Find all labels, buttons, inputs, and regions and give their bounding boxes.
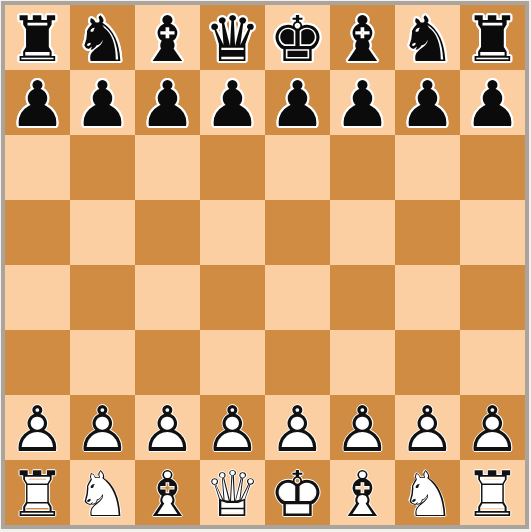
square-a5[interactable]	[5, 200, 70, 265]
square-a2[interactable]: ♟♙	[5, 395, 70, 460]
piece-black-pawn: ♟	[70, 72, 135, 137]
piece-black-pawn: ♟	[460, 72, 525, 137]
piece-white-pawn: ♟♙	[70, 397, 135, 462]
white-piece-outline: ♗	[135, 462, 200, 527]
square-f8[interactable]: ♝	[330, 5, 395, 70]
white-piece-fill: ♜	[460, 462, 525, 527]
chess-board-frame: ♜♞♝♛♚♝♞♜♟♟♟♟♟♟♟♟♟♙♟♙♟♙♟♙♟♙♟♙♟♙♟♙♜♖♞♘♝♗♛♕…	[1, 1, 529, 529]
white-piece-outline: ♘	[70, 462, 135, 527]
white-piece-fill: ♟	[395, 397, 460, 462]
white-piece-outline: ♙	[70, 397, 135, 462]
white-piece-outline: ♕	[200, 462, 265, 527]
piece-black-pawn: ♟	[395, 72, 460, 137]
square-d6[interactable]	[200, 135, 265, 200]
square-g8[interactable]: ♞	[395, 5, 460, 70]
square-e5[interactable]	[265, 200, 330, 265]
square-b1[interactable]: ♞♘	[70, 460, 135, 525]
square-b8[interactable]: ♞	[70, 5, 135, 70]
square-e1[interactable]: ♚♔	[265, 460, 330, 525]
square-d3[interactable]	[200, 330, 265, 395]
white-piece-fill: ♞	[70, 462, 135, 527]
piece-black-pawn: ♟	[5, 72, 70, 137]
white-piece-fill: ♟	[70, 397, 135, 462]
white-piece-outline: ♗	[330, 462, 395, 527]
square-g1[interactable]: ♞♘	[395, 460, 460, 525]
white-piece-outline: ♖	[460, 462, 525, 527]
square-d8[interactable]: ♛	[200, 5, 265, 70]
square-e3[interactable]	[265, 330, 330, 395]
piece-black-queen: ♛	[200, 7, 265, 72]
white-piece-fill: ♟	[5, 397, 70, 462]
square-g4[interactable]	[395, 265, 460, 330]
white-piece-outline: ♖	[5, 462, 70, 527]
white-piece-fill: ♟	[330, 397, 395, 462]
square-g6[interactable]	[395, 135, 460, 200]
square-f6[interactable]	[330, 135, 395, 200]
page-background: ♜♞♝♛♚♝♞♜♟♟♟♟♟♟♟♟♟♙♟♙♟♙♟♙♟♙♟♙♟♙♟♙♜♖♞♘♝♗♛♕…	[0, 0, 531, 532]
square-e2[interactable]: ♟♙	[265, 395, 330, 460]
square-a7[interactable]: ♟	[5, 70, 70, 135]
square-d1[interactable]: ♛♕	[200, 460, 265, 525]
white-piece-outline: ♙	[330, 397, 395, 462]
white-piece-fill: ♟	[460, 397, 525, 462]
white-piece-fill: ♝	[135, 462, 200, 527]
square-b4[interactable]	[70, 265, 135, 330]
piece-black-knight: ♞	[395, 7, 460, 72]
white-piece-outline: ♙	[200, 397, 265, 462]
square-d4[interactable]	[200, 265, 265, 330]
white-piece-fill: ♟	[135, 397, 200, 462]
piece-white-bishop: ♝♗	[135, 462, 200, 527]
piece-black-rook: ♜	[5, 7, 70, 72]
square-c2[interactable]: ♟♙	[135, 395, 200, 460]
piece-white-bishop: ♝♗	[330, 462, 395, 527]
square-g3[interactable]	[395, 330, 460, 395]
white-piece-fill: ♝	[330, 462, 395, 527]
piece-black-rook: ♜	[460, 7, 525, 72]
piece-white-pawn: ♟♙	[135, 397, 200, 462]
square-c5[interactable]	[135, 200, 200, 265]
piece-white-pawn: ♟♙	[460, 397, 525, 462]
square-f7[interactable]: ♟	[330, 70, 395, 135]
square-c4[interactable]	[135, 265, 200, 330]
square-h5[interactable]	[460, 200, 525, 265]
piece-white-king: ♚♔	[265, 462, 330, 527]
square-a8[interactable]: ♜	[5, 5, 70, 70]
square-h3[interactable]	[460, 330, 525, 395]
square-h4[interactable]	[460, 265, 525, 330]
square-g5[interactable]	[395, 200, 460, 265]
square-e6[interactable]	[265, 135, 330, 200]
chess-board: ♜♞♝♛♚♝♞♜♟♟♟♟♟♟♟♟♟♙♟♙♟♙♟♙♟♙♟♙♟♙♟♙♜♖♞♘♝♗♛♕…	[5, 5, 525, 525]
piece-white-rook: ♜♖	[5, 462, 70, 527]
piece-white-pawn: ♟♙	[5, 397, 70, 462]
square-f5[interactable]	[330, 200, 395, 265]
white-piece-outline: ♙	[395, 397, 460, 462]
white-piece-fill: ♞	[395, 462, 460, 527]
square-e8[interactable]: ♚	[265, 5, 330, 70]
piece-white-rook: ♜♖	[460, 462, 525, 527]
piece-black-pawn: ♟	[135, 72, 200, 137]
square-b3[interactable]	[70, 330, 135, 395]
square-g2[interactable]: ♟♙	[395, 395, 460, 460]
white-piece-outline: ♙	[135, 397, 200, 462]
square-b7[interactable]: ♟	[70, 70, 135, 135]
piece-black-knight: ♞	[70, 7, 135, 72]
square-c3[interactable]	[135, 330, 200, 395]
piece-black-pawn: ♟	[265, 72, 330, 137]
white-piece-outline: ♙	[265, 397, 330, 462]
square-d5[interactable]	[200, 200, 265, 265]
piece-white-pawn: ♟♙	[330, 397, 395, 462]
square-a1[interactable]: ♜♖	[5, 460, 70, 525]
white-piece-outline: ♙	[5, 397, 70, 462]
white-piece-outline: ♘	[395, 462, 460, 527]
white-piece-outline: ♔	[265, 462, 330, 527]
square-d7[interactable]: ♟	[200, 70, 265, 135]
piece-black-king: ♚	[265, 7, 330, 72]
square-h6[interactable]	[460, 135, 525, 200]
square-a6[interactable]	[5, 135, 70, 200]
square-e4[interactable]	[265, 265, 330, 330]
white-piece-fill: ♚	[265, 462, 330, 527]
square-b2[interactable]: ♟♙	[70, 395, 135, 460]
square-f2[interactable]: ♟♙	[330, 395, 395, 460]
piece-white-knight: ♞♘	[70, 462, 135, 527]
square-d2[interactable]: ♟♙	[200, 395, 265, 460]
piece-black-bishop: ♝	[135, 7, 200, 72]
white-piece-fill: ♟	[200, 397, 265, 462]
square-h8[interactable]: ♜	[460, 5, 525, 70]
square-c1[interactable]: ♝♗	[135, 460, 200, 525]
square-c7[interactable]: ♟	[135, 70, 200, 135]
square-a4[interactable]	[5, 265, 70, 330]
piece-white-pawn: ♟♙	[200, 397, 265, 462]
square-b5[interactable]	[70, 200, 135, 265]
piece-black-pawn: ♟	[330, 72, 395, 137]
piece-black-pawn: ♟	[200, 72, 265, 137]
square-f3[interactable]	[330, 330, 395, 395]
square-f1[interactable]: ♝♗	[330, 460, 395, 525]
white-piece-fill: ♛	[200, 462, 265, 527]
white-piece-fill: ♟	[265, 397, 330, 462]
white-piece-outline: ♙	[460, 397, 525, 462]
square-c6[interactable]	[135, 135, 200, 200]
piece-white-knight: ♞♘	[395, 462, 460, 527]
white-piece-fill: ♜	[5, 462, 70, 527]
piece-white-pawn: ♟♙	[395, 397, 460, 462]
square-b6[interactable]	[70, 135, 135, 200]
square-a3[interactable]	[5, 330, 70, 395]
piece-black-bishop: ♝	[330, 7, 395, 72]
square-g7[interactable]: ♟	[395, 70, 460, 135]
piece-white-queen: ♛♕	[200, 462, 265, 527]
square-e7[interactable]: ♟	[265, 70, 330, 135]
square-h1[interactable]: ♜♖	[460, 460, 525, 525]
square-h2[interactable]: ♟♙	[460, 395, 525, 460]
square-h7[interactable]: ♟	[460, 70, 525, 135]
square-f4[interactable]	[330, 265, 395, 330]
piece-white-pawn: ♟♙	[265, 397, 330, 462]
square-c8[interactable]: ♝	[135, 5, 200, 70]
